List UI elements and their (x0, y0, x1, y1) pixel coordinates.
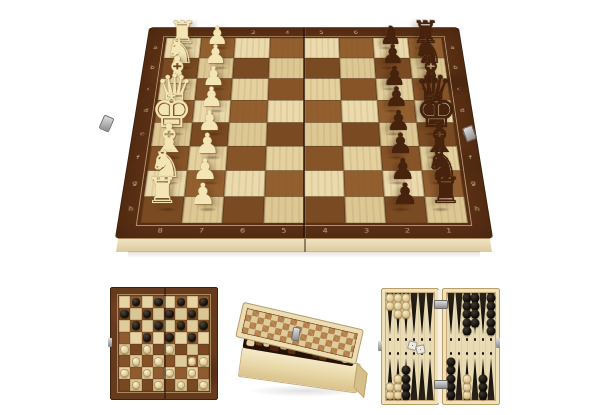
checkers-square (119, 332, 130, 344)
backgammon-checker-black (479, 382, 488, 391)
point-triangle (410, 358, 418, 400)
board-square (304, 171, 344, 197)
checker-black (132, 321, 141, 330)
coord-label: b (150, 66, 155, 70)
checkers-square (175, 320, 186, 332)
checkers-square (130, 367, 141, 379)
board-square (144, 171, 187, 197)
backgammon-checker-black (402, 382, 411, 391)
coord-label: 1 (182, 31, 187, 35)
dot (479, 352, 487, 355)
board-square (341, 100, 379, 122)
board-square (419, 146, 461, 171)
board-square (382, 171, 424, 197)
dot (447, 338, 455, 341)
coord-label: 6 (354, 31, 358, 35)
checkers-square (153, 320, 164, 332)
hinge-top-icon (434, 300, 448, 309)
dot (447, 352, 455, 355)
box-end-face (353, 362, 367, 398)
coord-label: 1 (446, 229, 452, 234)
point-triangle (426, 293, 434, 335)
dot (471, 352, 479, 355)
checkers-clasp-icon (108, 338, 112, 347)
backgammon-checker-black (402, 374, 411, 383)
coord-label: 5 (319, 31, 323, 35)
coord-label: 4 (285, 31, 289, 35)
board-square (161, 58, 199, 79)
checkers-square (119, 308, 130, 320)
checkers-square (164, 320, 175, 332)
board-square (184, 171, 226, 197)
dot (487, 338, 495, 341)
bg-clasp-left-icon (378, 341, 382, 351)
checkers-square (175, 367, 186, 379)
checker-light (154, 357, 163, 366)
checkers-square (198, 379, 209, 391)
dot (471, 338, 479, 341)
checker-black (165, 333, 174, 342)
board-square (154, 100, 194, 122)
checkers-square (198, 332, 209, 344)
checker-light (165, 369, 174, 378)
checkers-square (130, 296, 141, 308)
checkers-square (175, 344, 186, 356)
checkers-square (153, 308, 164, 320)
board-square (414, 100, 454, 122)
board-square (304, 58, 340, 79)
open-chess-board: 1827364554637281aabbccddeeffgghh ♜♟♟♜♞♟♟… (88, 0, 520, 260)
checkers-square (142, 367, 153, 379)
board-square (304, 78, 341, 100)
checker-light (177, 381, 186, 390)
backgammon-board-view (381, 288, 498, 405)
point-triangle (418, 358, 426, 400)
checkers-square (175, 308, 186, 320)
checkers-square (119, 355, 130, 367)
board-square (229, 100, 267, 122)
checkers-square (153, 344, 164, 356)
checker-light (165, 345, 174, 354)
checker-black (188, 310, 197, 319)
coord-label: 5 (281, 229, 286, 234)
checkers-square (187, 320, 198, 332)
backgammon-checker-light (463, 391, 472, 400)
board-hinge-seam (303, 28, 305, 238)
checker-black (199, 321, 208, 330)
board-square (304, 100, 341, 122)
checkers-square (198, 308, 209, 320)
backgammon-checker-black (479, 374, 488, 383)
board-square (187, 146, 228, 171)
checkers-square (164, 355, 175, 367)
checkers-square (187, 296, 198, 308)
checkers-square (153, 379, 164, 391)
dot (463, 352, 471, 355)
board-square (304, 38, 339, 58)
checkers-square (198, 320, 209, 332)
stored-piece (246, 339, 255, 346)
point-dots (447, 352, 495, 355)
checkers-square (187, 355, 198, 367)
checkers-square (153, 332, 164, 344)
coord-label: g (132, 181, 138, 186)
checkers-square (142, 308, 153, 320)
checkers-square (175, 379, 186, 391)
coord-label: 8 (422, 31, 427, 35)
coord-label: f (469, 156, 472, 161)
checkers-square (164, 308, 175, 320)
coord-label: 7 (199, 229, 205, 234)
checker-light (199, 357, 208, 366)
dot (394, 338, 402, 341)
checkers-square (119, 379, 130, 391)
checkers-square (142, 320, 153, 332)
checkers-square (130, 308, 141, 320)
coord-label: 2 (217, 31, 222, 35)
checkers-square (142, 332, 153, 344)
checkers-board-view (110, 287, 218, 400)
checkers-square (187, 367, 198, 379)
dice-icon (415, 344, 425, 354)
checkers-square (153, 296, 164, 308)
board-square (374, 58, 411, 79)
checker-black (188, 333, 197, 342)
backgammon-checker-black (447, 358, 456, 367)
checkers-square (164, 367, 175, 379)
coord-label: 7 (388, 31, 393, 35)
backgammon-checker-light (463, 374, 472, 383)
board-front-edge (116, 238, 492, 252)
coord-label: h (474, 207, 480, 212)
checkers-square (119, 344, 130, 356)
coord-label: a (450, 46, 455, 50)
checkers-square (198, 367, 209, 379)
board-square (232, 58, 269, 79)
checkers-square (130, 320, 141, 332)
board-square (380, 146, 421, 171)
checker-black (154, 298, 163, 307)
checkers-square (187, 379, 198, 391)
checkers-square (164, 296, 175, 308)
checkers-square (175, 332, 186, 344)
backgammon-checker-black (402, 366, 411, 375)
checkers-square (119, 367, 130, 379)
board-square (224, 171, 265, 197)
board-shadow (128, 251, 480, 258)
checker-light (199, 381, 208, 390)
board-square (234, 38, 270, 58)
board-square (164, 38, 201, 58)
checkers-square (164, 379, 175, 391)
coord-label: 3 (251, 31, 255, 35)
dot (402, 352, 410, 355)
checker-light (188, 357, 197, 366)
chess-board-surface: 1827364554637281aabbccddeeffgghh (116, 28, 492, 238)
checker-light (143, 345, 152, 354)
point-triangle (487, 358, 495, 400)
coord-label: 3 (364, 229, 369, 234)
board-square (231, 78, 268, 100)
board-square (416, 122, 457, 145)
point-dots (447, 338, 495, 341)
checkers-square (142, 296, 153, 308)
board-square (344, 196, 386, 223)
dot (418, 338, 426, 341)
board-square (338, 38, 374, 58)
board-square (407, 38, 444, 58)
checker-black (154, 321, 163, 330)
checker-black (165, 310, 174, 319)
board-square (181, 196, 224, 223)
dot (479, 338, 487, 341)
dot (426, 352, 434, 355)
checker-black (177, 321, 186, 330)
board-square (222, 196, 264, 223)
coord-label: b (453, 66, 458, 70)
dot (386, 352, 394, 355)
checker-light (188, 369, 197, 378)
bg-clasp-right-icon (496, 338, 500, 348)
board-square (340, 78, 377, 100)
board-square (199, 38, 235, 58)
coord-label: 6 (240, 229, 245, 234)
clasp-left-icon (98, 114, 114, 132)
checkers-square (198, 355, 209, 367)
board-square (197, 58, 234, 79)
board-square (377, 100, 416, 122)
checkers-square (175, 355, 186, 367)
board-square (148, 146, 190, 171)
checkers-square (164, 332, 175, 344)
checkers-square (198, 296, 209, 308)
bg-half-left (381, 288, 439, 405)
board-square (267, 100, 304, 122)
board-square (304, 196, 345, 223)
backgammon-checker-black (487, 326, 496, 335)
board-square (269, 38, 304, 58)
backgammon-checker-black (463, 326, 472, 335)
checkers-square (130, 344, 141, 356)
checkers-square (130, 355, 141, 367)
checker-light (143, 369, 152, 378)
board-square (424, 196, 468, 223)
coord-label: g (470, 181, 476, 186)
checkers-square (187, 308, 198, 320)
backgammon-checker-black (471, 318, 480, 327)
backgammon-checker-black (479, 391, 488, 400)
board-square (268, 58, 304, 79)
checkers-square (164, 344, 175, 356)
board-square (192, 100, 231, 122)
point-dots (386, 352, 434, 355)
checker-black (143, 310, 152, 319)
checkers-square (142, 355, 153, 367)
coord-label: f (136, 156, 139, 161)
board-square (263, 196, 304, 223)
board-square (265, 146, 304, 171)
board-square (373, 38, 409, 58)
coord-label: 2 (405, 229, 411, 234)
checker-light (132, 381, 141, 390)
checkers-square (119, 320, 130, 332)
checkers-square (130, 379, 141, 391)
checker-light (154, 381, 163, 390)
board-square (339, 58, 376, 79)
board-square (342, 146, 382, 171)
checkers-square (142, 379, 153, 391)
checkers-square (130, 332, 141, 344)
board-square (189, 122, 229, 145)
dot (426, 338, 434, 341)
board-square (304, 146, 343, 171)
checker-black (177, 298, 186, 307)
board-square (151, 122, 192, 145)
checkers-square (153, 367, 164, 379)
coord-label: 8 (157, 229, 163, 234)
board-square (266, 122, 304, 145)
backgammon-checker-black (447, 391, 456, 400)
backgammon-checker-black (447, 366, 456, 375)
dot (386, 338, 394, 341)
checkers-square (119, 296, 130, 308)
checkers-square (153, 355, 164, 367)
board-square (264, 171, 304, 197)
backgammon-checker-light (463, 382, 472, 391)
board-square (158, 78, 197, 100)
dot (394, 352, 402, 355)
checkers-hinge-seam (164, 288, 166, 399)
board-square (411, 78, 450, 100)
board-square (421, 171, 464, 197)
checkers-square (175, 296, 186, 308)
board-square (228, 122, 267, 145)
coord-label: c (457, 87, 461, 91)
point-triangle (410, 293, 418, 335)
backgammon-checker-black (402, 391, 411, 400)
checker-black (120, 310, 129, 319)
product-photo: 1827364554637281aabbccddeeffgghh ♜♟♟♜♞♟♟… (0, 0, 600, 415)
dot (487, 352, 495, 355)
coord-label: e (140, 132, 145, 137)
board-square (226, 146, 266, 171)
point-triangle (418, 293, 426, 335)
checker-light (120, 345, 129, 354)
checker-black (199, 298, 208, 307)
coord-label: 4 (323, 229, 328, 234)
board-square (194, 78, 232, 100)
checkers-square (198, 344, 209, 356)
checker-black (143, 333, 152, 342)
checkers-square (142, 344, 153, 356)
coord-label: d (143, 109, 148, 113)
point-triangle (447, 293, 455, 335)
board-square (304, 122, 342, 145)
board-square (376, 78, 414, 100)
bg-half-right (442, 288, 500, 405)
checker-black (132, 298, 141, 307)
point-triangle (426, 358, 434, 400)
backgammon-checker-light (402, 310, 411, 319)
coord-label: a (153, 46, 158, 50)
board-square (140, 196, 184, 223)
board-square (343, 171, 384, 197)
checker-light (132, 357, 141, 366)
checkers-square (187, 344, 198, 356)
coord-label: d (460, 109, 465, 113)
checkers-square (187, 332, 198, 344)
board-square (267, 78, 304, 100)
coord-label: c (147, 87, 151, 91)
hinge-bottom-icon (434, 380, 448, 389)
folded-box-view (238, 297, 368, 403)
board-square (384, 196, 427, 223)
dot (455, 338, 463, 341)
coord-label: h (128, 207, 134, 212)
board-square (341, 122, 380, 145)
dot (463, 338, 471, 341)
board-square (409, 58, 447, 79)
dot (455, 352, 463, 355)
board-square (379, 122, 419, 145)
checker-light (120, 369, 129, 378)
